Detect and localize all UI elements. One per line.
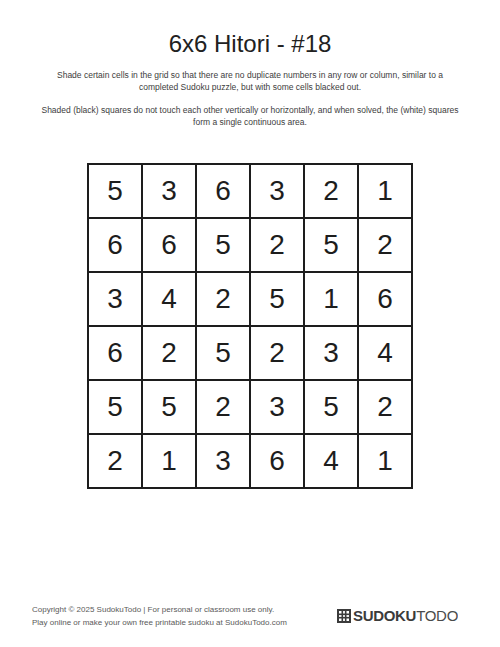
footer: Copyright © 2025 SudokuTodo | For person… [32,603,458,629]
grid-cell-r4c2[interactable]: 2 [143,327,195,379]
footer-copyright: Copyright © 2025 SudokuTodo | For person… [32,603,287,629]
grid-cell-r3c3[interactable]: 2 [197,273,249,325]
copyright-line-1: Copyright © 2025 SudokuTodo | For person… [32,603,287,616]
grid-cell-r6c4[interactable]: 6 [251,435,303,487]
grid-cell-r3c2[interactable]: 4 [143,273,195,325]
grid-cell-r6c3[interactable]: 3 [197,435,249,487]
grid-cell-r1c2[interactable]: 3 [143,165,195,217]
grid-cell-r5c5[interactable]: 5 [305,381,357,433]
grid-cell-r5c2[interactable]: 5 [143,381,195,433]
grid-cell-r5c3[interactable]: 2 [197,381,249,433]
copyright-line-2: Play online or make your own free printa… [32,616,287,629]
grid-cell-r6c5[interactable]: 4 [305,435,357,487]
grid-cell-r2c2[interactable]: 6 [143,219,195,271]
grid-cell-r1c6[interactable]: 1 [359,165,411,217]
page-title: 6x6 Hitori - #18 [0,30,500,58]
grid-cell-r3c5[interactable]: 1 [305,273,357,325]
grid-cell-r5c6[interactable]: 2 [359,381,411,433]
grid-cell-r3c1[interactable]: 3 [89,273,141,325]
grid-cell-r2c5[interactable]: 5 [305,219,357,271]
grid-cell-r2c3[interactable]: 5 [197,219,249,271]
sudokutodo-logo: SUDOKUTODO [337,607,458,624]
grid-icon [337,609,351,623]
grid-cell-r1c1[interactable]: 5 [89,165,141,217]
grid-cell-r6c6[interactable]: 1 [359,435,411,487]
grid-cell-r1c4[interactable]: 3 [251,165,303,217]
instructions-paragraph-2: Shaded (black) squares do not touch each… [40,104,460,128]
grid-cell-r1c5[interactable]: 2 [305,165,357,217]
instructions-paragraph-1: Shade certain cells in the grid so that … [40,69,460,93]
grid-cell-r4c4[interactable]: 2 [251,327,303,379]
grid-cell-r5c1[interactable]: 5 [89,381,141,433]
grid-cell-r2c4[interactable]: 2 [251,219,303,271]
logo-text-todo: TODO [416,607,458,624]
grid-cell-r4c5[interactable]: 3 [305,327,357,379]
grid-cell-r6c2[interactable]: 1 [143,435,195,487]
logo-text-sudoku: SUDOKU [353,607,416,624]
grid-cell-r2c6[interactable]: 2 [359,219,411,271]
grid-cell-r4c3[interactable]: 5 [197,327,249,379]
hitori-grid: 536321665252342516625234552352213641 [87,163,413,489]
grid-cell-r3c4[interactable]: 5 [251,273,303,325]
grid-cell-r4c6[interactable]: 4 [359,327,411,379]
grid-cell-r1c3[interactable]: 6 [197,165,249,217]
grid-cell-r6c1[interactable]: 2 [89,435,141,487]
grid-cell-r3c6[interactable]: 6 [359,273,411,325]
grid-cell-r2c1[interactable]: 6 [89,219,141,271]
grid-cell-r4c1[interactable]: 6 [89,327,141,379]
grid-cell-r5c4[interactable]: 3 [251,381,303,433]
